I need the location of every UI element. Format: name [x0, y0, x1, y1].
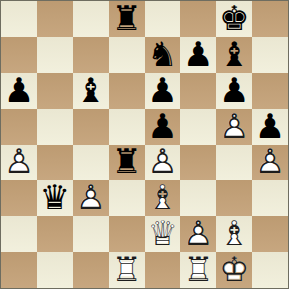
- square-e1[interactable]: [145, 252, 181, 288]
- white-king-outline-glyph: ♔: [216, 251, 252, 287]
- white-bishop-outline-glyph: ♗: [216, 215, 252, 251]
- square-h6[interactable]: [252, 73, 288, 109]
- square-f3[interactable]: [180, 180, 216, 216]
- black-pawn-glyph: ♟: [216, 72, 252, 108]
- square-c7[interactable]: [73, 37, 109, 73]
- square-h3[interactable]: [252, 180, 288, 216]
- white-pawn-outline-glyph: ♙: [1, 144, 37, 180]
- white-rook-outline-glyph: ♖: [180, 251, 216, 287]
- chess-board: ♜♚♞♟♝♟♝♟♟♟♟♙♟♟♙♜♟♙♟♙♛♟♙♝♗♛♕♟♙♝♗♜♖♜♖♚♔: [0, 0, 289, 289]
- square-d1[interactable]: ♜♖: [109, 252, 145, 288]
- piece-black-pawn-icon[interactable]: ♟: [180, 37, 216, 73]
- square-a8[interactable]: [1, 1, 37, 37]
- square-b1[interactable]: [37, 252, 73, 288]
- piece-black-rook-icon[interactable]: ♜: [109, 1, 145, 37]
- white-pawn-outline-glyph: ♙: [180, 215, 216, 251]
- square-e3[interactable]: ♝♗: [145, 180, 181, 216]
- black-bishop-glyph: ♝: [216, 36, 252, 72]
- square-h4[interactable]: ♟♙: [252, 145, 288, 181]
- piece-black-knight-icon[interactable]: ♞: [145, 37, 181, 73]
- square-b4[interactable]: [37, 145, 73, 181]
- square-f5[interactable]: [180, 109, 216, 145]
- black-pawn-glyph: ♟: [180, 36, 216, 72]
- white-queen-outline-glyph: ♕: [145, 215, 181, 251]
- square-b6[interactable]: [37, 73, 73, 109]
- piece-black-bishop-icon[interactable]: ♝: [73, 73, 109, 109]
- square-b8[interactable]: [37, 1, 73, 37]
- black-pawn-glyph: ♟: [252, 108, 288, 144]
- square-h2[interactable]: [252, 216, 288, 252]
- white-pawn-outline-glyph: ♙: [252, 144, 288, 180]
- square-f7[interactable]: ♟: [180, 37, 216, 73]
- white-bishop-outline-glyph: ♗: [145, 179, 181, 215]
- black-bishop-glyph: ♝: [73, 72, 109, 108]
- piece-black-pawn-icon[interactable]: ♟: [1, 73, 37, 109]
- white-rook-outline-glyph: ♖: [109, 251, 145, 287]
- square-c5[interactable]: [73, 109, 109, 145]
- black-rook-glyph: ♜: [109, 144, 145, 180]
- square-h1[interactable]: [252, 252, 288, 288]
- square-c1[interactable]: [73, 252, 109, 288]
- piece-black-rook-icon[interactable]: ♜: [109, 145, 145, 181]
- square-a4[interactable]: ♟♙: [1, 145, 37, 181]
- square-c3[interactable]: ♟♙: [73, 180, 109, 216]
- piece-black-pawn-icon[interactable]: ♟: [145, 73, 181, 109]
- white-pawn-outline-glyph: ♙: [73, 179, 109, 215]
- square-e5[interactable]: ♟: [145, 109, 181, 145]
- square-b5[interactable]: [37, 109, 73, 145]
- square-d5[interactable]: [109, 109, 145, 145]
- square-g4[interactable]: [216, 145, 252, 181]
- piece-white-pawn-icon[interactable]: ♟♙: [252, 145, 288, 181]
- piece-white-rook-icon[interactable]: ♜♖: [180, 252, 216, 288]
- piece-white-queen-icon[interactable]: ♛♕: [145, 216, 181, 252]
- square-g2[interactable]: ♝♗: [216, 216, 252, 252]
- square-a3[interactable]: [1, 180, 37, 216]
- black-queen-glyph: ♛: [37, 179, 73, 215]
- square-d3[interactable]: [109, 180, 145, 216]
- piece-black-bishop-icon[interactable]: ♝: [216, 37, 252, 73]
- square-b3[interactable]: ♛: [37, 180, 73, 216]
- square-d6[interactable]: [109, 73, 145, 109]
- white-pawn-outline-glyph: ♙: [145, 144, 181, 180]
- black-knight-glyph: ♞: [145, 36, 181, 72]
- square-a6[interactable]: ♟: [1, 73, 37, 109]
- piece-white-pawn-icon[interactable]: ♟♙: [1, 145, 37, 181]
- square-d2[interactable]: [109, 216, 145, 252]
- square-e6[interactable]: ♟: [145, 73, 181, 109]
- square-a7[interactable]: [1, 37, 37, 73]
- square-d4[interactable]: ♜: [109, 145, 145, 181]
- square-d7[interactable]: [109, 37, 145, 73]
- piece-black-pawn-icon[interactable]: ♟: [252, 109, 288, 145]
- piece-white-bishop-icon[interactable]: ♝♗: [216, 216, 252, 252]
- square-e7[interactable]: ♞: [145, 37, 181, 73]
- square-e4[interactable]: ♟♙: [145, 145, 181, 181]
- square-a5[interactable]: [1, 109, 37, 145]
- square-a2[interactable]: [1, 216, 37, 252]
- piece-black-king-icon[interactable]: ♚: [216, 1, 252, 37]
- square-c2[interactable]: [73, 216, 109, 252]
- black-pawn-glyph: ♟: [145, 72, 181, 108]
- black-rook-glyph: ♜: [109, 0, 145, 36]
- square-b7[interactable]: [37, 37, 73, 73]
- square-g6[interactable]: ♟: [216, 73, 252, 109]
- square-f2[interactable]: ♟♙: [180, 216, 216, 252]
- square-a1[interactable]: [1, 252, 37, 288]
- piece-white-rook-icon[interactable]: ♜♖: [109, 252, 145, 288]
- square-c4[interactable]: [73, 145, 109, 181]
- square-c8[interactable]: [73, 1, 109, 37]
- square-f1[interactable]: ♜♖: [180, 252, 216, 288]
- piece-white-bishop-icon[interactable]: ♝♗: [145, 180, 181, 216]
- square-h5[interactable]: ♟: [252, 109, 288, 145]
- black-pawn-glyph: ♟: [1, 72, 37, 108]
- square-g1[interactable]: ♚♔: [216, 252, 252, 288]
- black-pawn-glyph: ♟: [145, 108, 181, 144]
- piece-black-pawn-icon[interactable]: ♟: [145, 109, 181, 145]
- square-f4[interactable]: [180, 145, 216, 181]
- piece-black-pawn-icon[interactable]: ♟: [216, 73, 252, 109]
- square-g5[interactable]: ♟♙: [216, 109, 252, 145]
- square-f6[interactable]: [180, 73, 216, 109]
- square-h8[interactable]: [252, 1, 288, 37]
- square-d8[interactable]: ♜: [109, 1, 145, 37]
- square-g7[interactable]: ♝: [216, 37, 252, 73]
- piece-white-pawn-icon[interactable]: ♟♙: [216, 109, 252, 145]
- piece-white-pawn-icon[interactable]: ♟♙: [145, 145, 181, 181]
- square-e2[interactable]: ♛♕: [145, 216, 181, 252]
- square-e8[interactable]: [145, 1, 181, 37]
- square-h7[interactable]: [252, 37, 288, 73]
- black-king-glyph: ♚: [216, 0, 252, 36]
- square-g3[interactable]: [216, 180, 252, 216]
- square-c6[interactable]: ♝: [73, 73, 109, 109]
- square-g8[interactable]: ♚: [216, 1, 252, 37]
- square-f8[interactable]: [180, 1, 216, 37]
- white-pawn-outline-glyph: ♙: [216, 108, 252, 144]
- piece-white-pawn-icon[interactable]: ♟♙: [180, 216, 216, 252]
- piece-white-pawn-icon[interactable]: ♟♙: [73, 180, 109, 216]
- piece-white-king-icon[interactable]: ♚♔: [216, 252, 252, 288]
- piece-black-queen-icon[interactable]: ♛: [37, 180, 73, 216]
- square-b2[interactable]: [37, 216, 73, 252]
